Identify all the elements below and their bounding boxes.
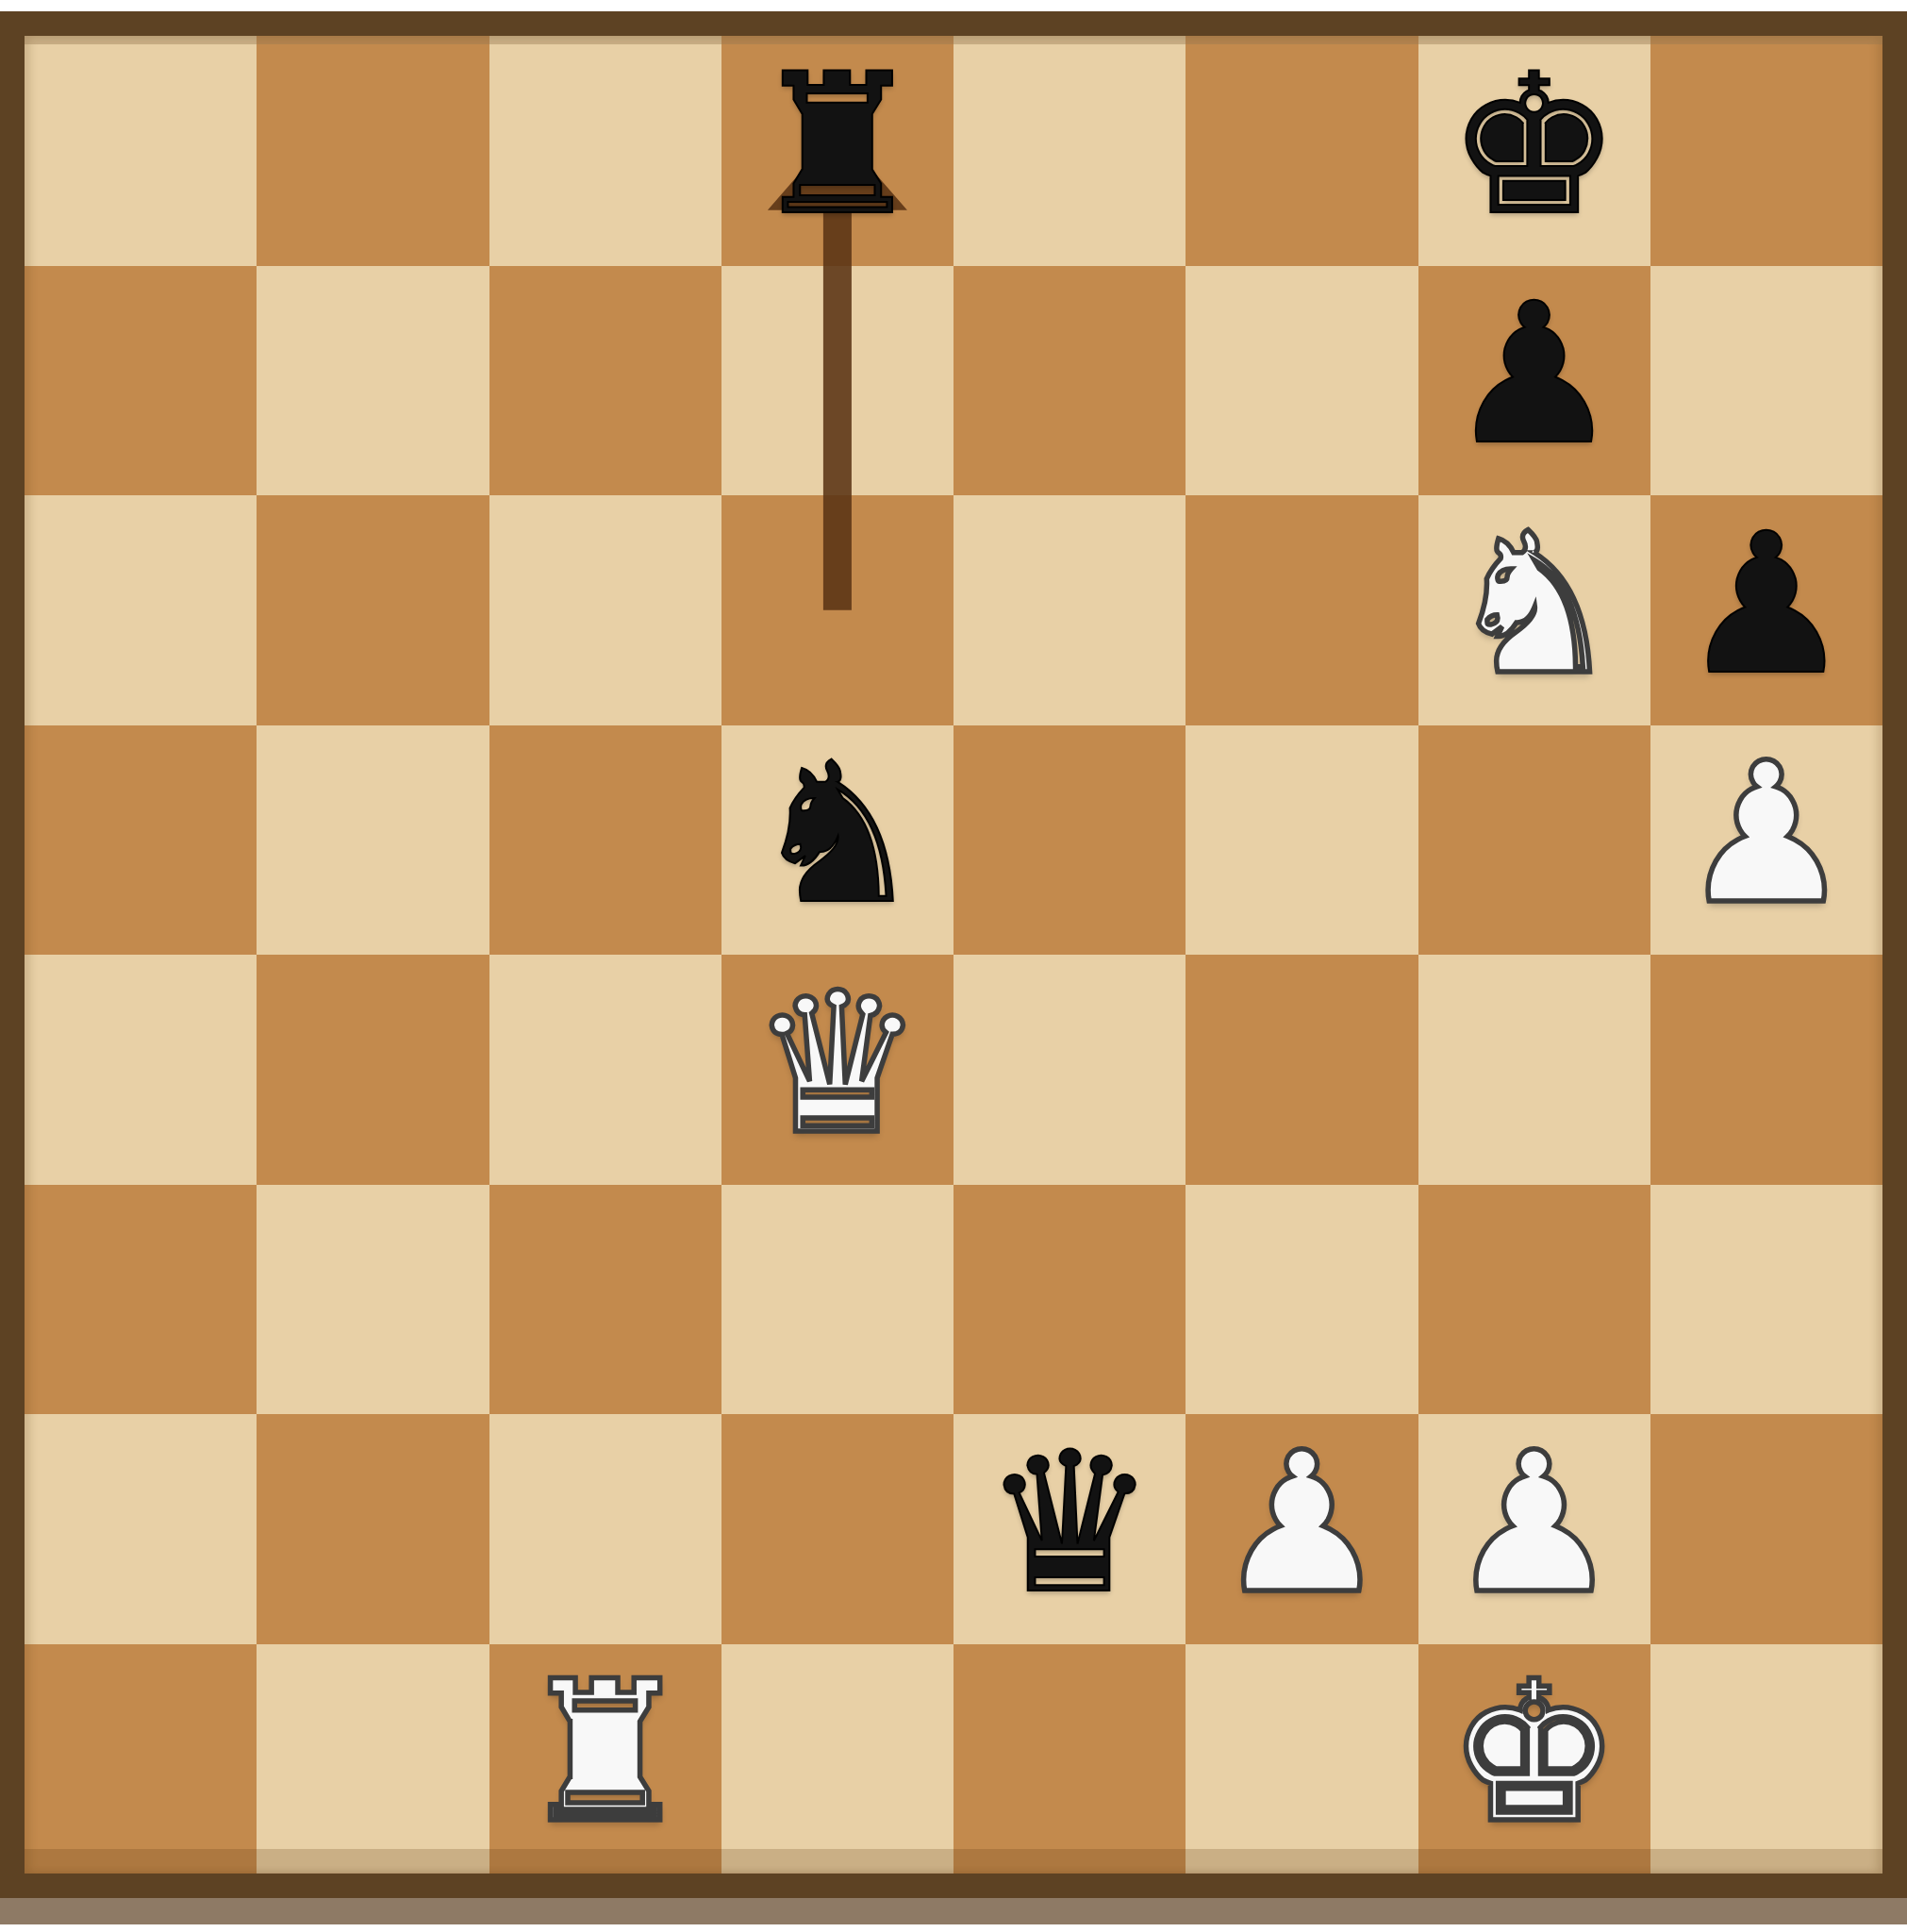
square-f6[interactable]: [1186, 495, 1418, 725]
square-a5[interactable]: [25, 725, 257, 956]
square-a3[interactable]: [25, 1185, 257, 1415]
square-b2[interactable]: [257, 1414, 489, 1644]
square-h6[interactable]: ♟: [1650, 495, 1882, 725]
black-queen-e2[interactable]: ♛: [983, 1426, 1157, 1621]
square-a4[interactable]: [25, 955, 257, 1185]
square-a8[interactable]: [25, 36, 257, 266]
square-b8[interactable]: [257, 36, 489, 266]
square-h2[interactable]: [1650, 1414, 1882, 1644]
square-b3[interactable]: [257, 1185, 489, 1415]
white-pawn-f2[interactable]: ♟: [1215, 1426, 1389, 1621]
square-d2[interactable]: [721, 1414, 953, 1644]
square-a1[interactable]: [25, 1644, 257, 1874]
black-pawn-h6[interactable]: ♟: [1680, 508, 1854, 702]
white-queen-d4[interactable]: ♛: [751, 967, 925, 1161]
square-c2[interactable]: [489, 1414, 721, 1644]
square-h7[interactable]: [1650, 266, 1882, 496]
square-f1[interactable]: [1186, 1644, 1418, 1874]
square-f7[interactable]: [1186, 266, 1418, 496]
square-g1[interactable]: ♚: [1418, 1644, 1650, 1874]
board-squares: ♜♚♟♞♟♞♟♛♛♟♟♜♚: [25, 36, 1882, 1874]
square-c3[interactable]: [489, 1185, 721, 1415]
square-f3[interactable]: [1186, 1185, 1418, 1415]
square-g4[interactable]: [1418, 955, 1650, 1185]
square-h1[interactable]: [1650, 1644, 1882, 1874]
square-b6[interactable]: [257, 495, 489, 725]
square-a7[interactable]: [25, 266, 257, 496]
square-c6[interactable]: [489, 495, 721, 725]
square-a6[interactable]: [25, 495, 257, 725]
square-h3[interactable]: [1650, 1185, 1882, 1415]
square-d5[interactable]: ♞: [721, 725, 953, 956]
chess-board: ♜♚♟♞♟♞♟♛♛♟♟♜♚: [0, 11, 1907, 1898]
square-f4[interactable]: [1186, 955, 1418, 1185]
square-b1[interactable]: [257, 1644, 489, 1874]
square-c4[interactable]: [489, 955, 721, 1185]
white-knight-g6[interactable]: ♞: [1447, 508, 1621, 702]
square-b4[interactable]: [257, 955, 489, 1185]
white-rook-c1[interactable]: ♜: [518, 1656, 692, 1850]
square-f2[interactable]: ♟: [1186, 1414, 1418, 1644]
square-f5[interactable]: [1186, 725, 1418, 956]
square-e1[interactable]: [953, 1644, 1186, 1874]
board-bottom-edge: [0, 1898, 1907, 1924]
square-h8[interactable]: [1650, 36, 1882, 266]
square-d6[interactable]: [721, 495, 953, 725]
square-g8[interactable]: ♚: [1418, 36, 1650, 266]
black-pawn-g7[interactable]: ♟: [1447, 277, 1621, 472]
square-h5[interactable]: ♟: [1650, 725, 1882, 956]
square-g7[interactable]: ♟: [1418, 266, 1650, 496]
square-d3[interactable]: [721, 1185, 953, 1415]
square-g3[interactable]: [1418, 1185, 1650, 1415]
square-e7[interactable]: [953, 266, 1186, 496]
square-e6[interactable]: [953, 495, 1186, 725]
white-pawn-h5[interactable]: ♟: [1680, 737, 1854, 931]
square-e2[interactable]: ♛: [953, 1414, 1186, 1644]
square-f8[interactable]: [1186, 36, 1418, 266]
square-d1[interactable]: [721, 1644, 953, 1874]
square-c7[interactable]: [489, 266, 721, 496]
square-b5[interactable]: [257, 725, 489, 956]
square-c1[interactable]: ♜: [489, 1644, 721, 1874]
square-e4[interactable]: [953, 955, 1186, 1185]
square-d4[interactable]: ♛: [721, 955, 953, 1185]
square-e8[interactable]: [953, 36, 1186, 266]
white-king-g1[interactable]: ♚: [1447, 1656, 1621, 1850]
square-c5[interactable]: [489, 725, 721, 956]
black-rook-d8[interactable]: ♜: [751, 48, 925, 242]
black-knight-d5[interactable]: ♞: [751, 737, 925, 931]
square-e5[interactable]: [953, 725, 1186, 956]
square-d8[interactable]: ♜: [721, 36, 953, 266]
square-g2[interactable]: ♟: [1418, 1414, 1650, 1644]
square-h4[interactable]: [1650, 955, 1882, 1185]
black-king-g8[interactable]: ♚: [1447, 48, 1621, 242]
square-e3[interactable]: [953, 1185, 1186, 1415]
square-b7[interactable]: [257, 266, 489, 496]
square-a2[interactable]: [25, 1414, 257, 1644]
square-c8[interactable]: [489, 36, 721, 266]
square-g5[interactable]: [1418, 725, 1650, 956]
square-g6[interactable]: ♞: [1418, 495, 1650, 725]
white-pawn-g2[interactable]: ♟: [1447, 1426, 1621, 1621]
square-d7[interactable]: [721, 266, 953, 496]
